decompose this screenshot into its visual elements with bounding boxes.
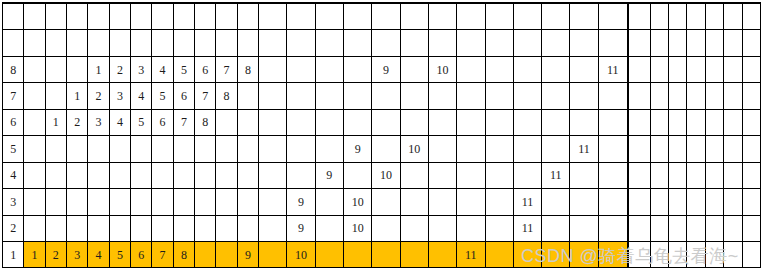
row-label-cell: 1 <box>3 242 24 268</box>
grid-cell <box>687 242 705 268</box>
grid-cell <box>216 4 237 30</box>
grid-cell: 11 <box>599 57 629 83</box>
grid-cell: 9 <box>238 242 259 268</box>
grid-cell: 11 <box>542 163 570 189</box>
grid-cell <box>599 163 629 189</box>
grid-cell: 1 <box>67 83 88 109</box>
grid-cell: 11 <box>514 189 542 215</box>
grid-cell <box>67 189 88 215</box>
grid-cell <box>743 30 761 56</box>
grid-cell <box>67 30 88 56</box>
grid-cell <box>651 110 669 136</box>
grid-cell <box>259 163 287 189</box>
grid-cell <box>669 216 687 242</box>
grid-cell <box>486 57 514 83</box>
grid-cell <box>570 163 598 189</box>
grid-cell <box>743 83 761 109</box>
grid-cell <box>3 30 24 56</box>
grid-cell <box>174 136 195 162</box>
grid-cell: 1 <box>24 242 45 268</box>
grid-cell <box>669 83 687 109</box>
grid-cell <box>486 163 514 189</box>
grid-cell <box>669 4 687 30</box>
grid-cell <box>542 136 570 162</box>
grid-cell <box>486 136 514 162</box>
grid-cell <box>724 83 742 109</box>
grid-cell <box>687 163 705 189</box>
grid-cell <box>316 30 344 56</box>
grid-cell <box>706 163 724 189</box>
grid-cell <box>457 4 485 30</box>
grid-cell <box>743 57 761 83</box>
grid-cell <box>287 163 315 189</box>
grid-cell <box>486 4 514 30</box>
grid-cell <box>67 4 88 30</box>
grid-cell <box>238 136 259 162</box>
grid-cell <box>514 83 542 109</box>
grid-cell <box>46 57 67 83</box>
grid-cell <box>743 189 761 215</box>
grid-cell <box>316 110 344 136</box>
grid-cell <box>669 136 687 162</box>
grid-cell <box>669 189 687 215</box>
grid-cell <box>259 57 287 83</box>
grid-cell <box>724 163 742 189</box>
grid-cell <box>429 110 457 136</box>
grid-cell <box>687 4 705 30</box>
grid-cell <box>316 83 344 109</box>
grid-cell: 2 <box>67 110 88 136</box>
grid-cell <box>514 242 542 268</box>
grid-cell <box>651 136 669 162</box>
grid-cell <box>88 136 109 162</box>
grid-cell <box>687 189 705 215</box>
grid-cell <box>687 30 705 56</box>
grid-cell <box>287 30 315 56</box>
grid-cell <box>88 4 109 30</box>
grid-cell: 7 <box>152 242 173 268</box>
grid-cell <box>401 242 429 268</box>
grid-cell <box>743 242 761 268</box>
grid-cell <box>131 163 152 189</box>
grid-cell <box>344 4 372 30</box>
grid-cell <box>88 30 109 56</box>
grid-cell <box>429 83 457 109</box>
grid-cell <box>706 136 724 162</box>
grid-cell <box>724 242 742 268</box>
grid-cell <box>88 163 109 189</box>
grid-cell: 8 <box>238 57 259 83</box>
grid-cell <box>259 4 287 30</box>
grid-cell <box>344 110 372 136</box>
grid-cell <box>110 163 131 189</box>
grid-cell <box>599 30 629 56</box>
grid-cell: 10 <box>287 242 315 268</box>
grid-cell <box>174 4 195 30</box>
grid-cell <box>152 4 173 30</box>
grid-cell <box>724 189 742 215</box>
grid-cell <box>651 242 669 268</box>
grid-cell <box>669 242 687 268</box>
grid-cell: 7 <box>174 110 195 136</box>
grid-cell <box>24 83 45 109</box>
grid-cell <box>216 30 237 56</box>
grid-cell <box>687 110 705 136</box>
grid-cell <box>195 136 216 162</box>
grid-cell <box>401 57 429 83</box>
grid-cell <box>131 216 152 242</box>
grid-cell <box>238 83 259 109</box>
grid-cell <box>238 163 259 189</box>
grid-cell: 6 <box>152 110 173 136</box>
grid-cell: 5 <box>110 242 131 268</box>
grid-cell <box>687 57 705 83</box>
grid-cell <box>287 136 315 162</box>
grid-cell <box>542 242 570 268</box>
grid-cell <box>429 136 457 162</box>
row-label-cell: 5 <box>3 136 24 162</box>
grid-cell <box>514 57 542 83</box>
grid-cell <box>259 83 287 109</box>
grid-cell <box>599 242 629 268</box>
grid-cell <box>457 83 485 109</box>
grid-cell <box>669 163 687 189</box>
grid-cell <box>24 216 45 242</box>
grid-cell <box>570 30 598 56</box>
grid-cell <box>24 57 45 83</box>
grid-cell: 9 <box>316 163 344 189</box>
grid-cell <box>429 189 457 215</box>
row-label-cell: 7 <box>3 83 24 109</box>
grid-cell <box>743 4 761 30</box>
grid-cell <box>174 163 195 189</box>
grid-cell: 2 <box>46 242 67 268</box>
grid-cell <box>24 4 45 30</box>
grid-cell <box>724 216 742 242</box>
grid-cell <box>110 136 131 162</box>
row-label-cell: 2 <box>3 216 24 242</box>
grid-cell <box>570 57 598 83</box>
grid-cell <box>542 83 570 109</box>
grid-cell <box>651 57 669 83</box>
grid-cell <box>706 242 724 268</box>
grid-cell <box>629 83 651 109</box>
grid-cell: 9 <box>287 189 315 215</box>
grid-cell <box>486 30 514 56</box>
grid-cell <box>457 136 485 162</box>
grid-cell <box>743 136 761 162</box>
grid-cell <box>344 83 372 109</box>
grid-cell <box>238 4 259 30</box>
grid-cell <box>486 189 514 215</box>
grid-cell <box>401 4 429 30</box>
row-label-cell: 8 <box>3 57 24 83</box>
grid-cell <box>542 110 570 136</box>
grid-cell: 10 <box>372 163 400 189</box>
grid-cell <box>629 57 651 83</box>
grid-cell: 5 <box>174 57 195 83</box>
grid-cell <box>599 136 629 162</box>
grid-cell <box>316 216 344 242</box>
grid-cell <box>110 30 131 56</box>
grid-cell <box>457 216 485 242</box>
grid-cell: 7 <box>216 57 237 83</box>
grid-cell <box>651 4 669 30</box>
grid-cell <box>514 30 542 56</box>
grid-board: 8123456789101171234567861234567859101149… <box>2 2 761 268</box>
grid-cell <box>514 136 542 162</box>
grid-cell <box>743 163 761 189</box>
grid-cell <box>457 189 485 215</box>
grid-cell <box>706 189 724 215</box>
grid-cell <box>195 242 216 268</box>
grid-cell: 5 <box>152 83 173 109</box>
grid-cell <box>372 4 400 30</box>
grid-cell <box>372 83 400 109</box>
grid-cell <box>514 163 542 189</box>
grid-cell <box>238 189 259 215</box>
grid-cell <box>287 110 315 136</box>
grid-cell <box>131 30 152 56</box>
grid-cell <box>131 189 152 215</box>
grid-cell: 8 <box>174 242 195 268</box>
grid-cell <box>372 110 400 136</box>
grid-cell <box>152 136 173 162</box>
grid-cell <box>457 30 485 56</box>
grid-cell <box>174 216 195 242</box>
grid-cell <box>195 30 216 56</box>
grid-cell <box>629 163 651 189</box>
grid-cell <box>24 30 45 56</box>
row-label-cell: 3 <box>3 189 24 215</box>
grid-cell <box>599 216 629 242</box>
grid-cell <box>429 242 457 268</box>
grid-cell <box>372 242 400 268</box>
grid-cell <box>216 110 237 136</box>
grid-cell <box>706 83 724 109</box>
grid-cell <box>287 4 315 30</box>
grid-cell <box>687 136 705 162</box>
grid-cell <box>629 242 651 268</box>
grid-cell <box>316 136 344 162</box>
grid-cell <box>67 136 88 162</box>
grid-cell <box>216 216 237 242</box>
grid-cell <box>238 30 259 56</box>
grid-cell <box>259 242 287 268</box>
grid-cell <box>486 83 514 109</box>
grid-cell <box>372 216 400 242</box>
grid-cell <box>216 136 237 162</box>
grid-cell: 10 <box>344 189 372 215</box>
grid-cell <box>629 189 651 215</box>
grid-cell <box>429 163 457 189</box>
grid-cell <box>429 4 457 30</box>
grid-cell: 2 <box>88 83 109 109</box>
grid-cell <box>599 110 629 136</box>
grid-cell <box>570 242 598 268</box>
grid-cell <box>287 83 315 109</box>
grid-cell <box>46 163 67 189</box>
grid-cell <box>743 216 761 242</box>
grid-cell: 11 <box>570 136 598 162</box>
grid-cell <box>259 189 287 215</box>
grid-cell <box>67 216 88 242</box>
grid-cell <box>629 4 651 30</box>
grid-cell <box>429 216 457 242</box>
grid-cell <box>152 30 173 56</box>
row-label-cell: 4 <box>3 163 24 189</box>
grid-cell <box>46 4 67 30</box>
grid-cell <box>599 83 629 109</box>
grid-cell <box>651 216 669 242</box>
grid-cell <box>570 4 598 30</box>
grid-cell <box>316 57 344 83</box>
grid-cell <box>542 30 570 56</box>
grid-cell <box>372 189 400 215</box>
grid-cell: 10 <box>401 136 429 162</box>
grid-cell: 3 <box>110 83 131 109</box>
grid-cell <box>542 4 570 30</box>
grid-cell <box>316 4 344 30</box>
grid-cell <box>46 216 67 242</box>
grid-cell <box>67 57 88 83</box>
grid-cell <box>344 30 372 56</box>
grid-cell <box>401 110 429 136</box>
grid-cell <box>570 83 598 109</box>
grid-cell <box>687 216 705 242</box>
grid-cell: 6 <box>174 83 195 109</box>
grid-cell <box>706 30 724 56</box>
grid-cell: 9 <box>287 216 315 242</box>
grid-cell: 2 <box>110 57 131 83</box>
grid-cell <box>457 57 485 83</box>
grid-cell <box>457 110 485 136</box>
grid-cell <box>629 216 651 242</box>
grid-cell <box>743 110 761 136</box>
grid-cell <box>599 4 629 30</box>
grid-cell <box>174 30 195 56</box>
grid-cell <box>651 189 669 215</box>
grid-cell <box>195 163 216 189</box>
grid-cell <box>429 30 457 56</box>
grid-cell <box>629 136 651 162</box>
grid-cell <box>706 4 724 30</box>
grid-cell: 7 <box>195 83 216 109</box>
grid-cell <box>174 189 195 215</box>
grid-cell <box>401 83 429 109</box>
grid-cell <box>152 189 173 215</box>
grid-cell <box>570 216 598 242</box>
grid-cell <box>570 189 598 215</box>
grid-cell <box>131 4 152 30</box>
grid-cell <box>344 242 372 268</box>
grid-cell <box>706 57 724 83</box>
grid-cell <box>67 163 88 189</box>
grid-cell <box>316 189 344 215</box>
grid-cell <box>152 216 173 242</box>
grid-cell <box>514 110 542 136</box>
grid-cell <box>152 163 173 189</box>
grid-cell <box>724 30 742 56</box>
grid-cell <box>216 189 237 215</box>
grid-cell <box>669 57 687 83</box>
grid-cell <box>724 110 742 136</box>
grid-cell <box>401 30 429 56</box>
grid-cell: 6 <box>195 57 216 83</box>
grid-cell <box>629 30 651 56</box>
grid-cell <box>259 216 287 242</box>
grid-cell <box>651 30 669 56</box>
grid-cell <box>259 136 287 162</box>
grid-cell <box>651 163 669 189</box>
grid-cell <box>372 30 400 56</box>
grid-cell <box>669 30 687 56</box>
grid-cell <box>216 242 237 268</box>
grid-cell: 4 <box>88 242 109 268</box>
grid-cell <box>401 216 429 242</box>
grid-cell <box>131 136 152 162</box>
grid-cell: 8 <box>216 83 237 109</box>
grid-cell: 10 <box>429 57 457 83</box>
grid-cell: 1 <box>46 110 67 136</box>
grid-cell <box>724 57 742 83</box>
grid-cell: 9 <box>344 136 372 162</box>
grid-cell <box>724 4 742 30</box>
grid-cell <box>372 136 400 162</box>
grid-cell <box>238 216 259 242</box>
grid-cell <box>401 189 429 215</box>
grid-cell <box>486 110 514 136</box>
grid-cell <box>195 189 216 215</box>
grid-cell: 3 <box>88 110 109 136</box>
grid-cell <box>486 216 514 242</box>
grid-cell <box>542 189 570 215</box>
grid-cell: 4 <box>110 110 131 136</box>
grid-cell <box>629 110 651 136</box>
grid-cell <box>514 4 542 30</box>
grid-cell <box>195 4 216 30</box>
grid-cell: 3 <box>67 242 88 268</box>
grid-cell: 4 <box>131 83 152 109</box>
grid-cell <box>110 189 131 215</box>
grid-cell <box>669 110 687 136</box>
grid-cell <box>3 4 24 30</box>
grid-cell <box>88 216 109 242</box>
row-label-cell: 6 <box>3 110 24 136</box>
grid-cell <box>110 216 131 242</box>
grid-cell <box>46 136 67 162</box>
grid-cell <box>316 242 344 268</box>
grid-cell <box>259 110 287 136</box>
grid-cell <box>724 136 742 162</box>
grid-cell <box>457 163 485 189</box>
grid-cell: 5 <box>131 110 152 136</box>
grid-cell <box>542 57 570 83</box>
grid-cell <box>24 136 45 162</box>
grid-cell: 11 <box>457 242 485 268</box>
grid-cell: 6 <box>131 242 152 268</box>
grid-cell <box>216 163 237 189</box>
grid-cell <box>88 189 109 215</box>
grid-cell <box>542 216 570 242</box>
grid-cell <box>46 189 67 215</box>
grid-cell <box>651 83 669 109</box>
grid-cell <box>24 163 45 189</box>
grid-cell <box>599 189 629 215</box>
grid-cell <box>110 4 131 30</box>
grid-cell <box>706 216 724 242</box>
grid-cell: 11 <box>514 216 542 242</box>
